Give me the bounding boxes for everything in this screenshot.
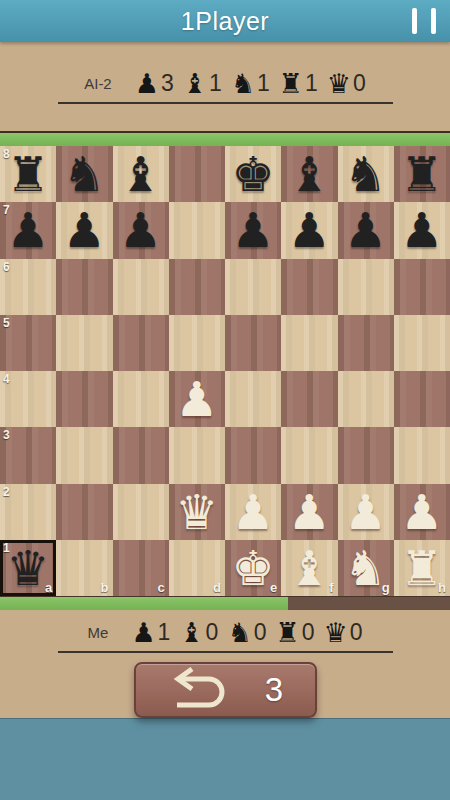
- square-e2[interactable]: ♟: [225, 484, 281, 540]
- square-h4[interactable]: [394, 371, 450, 427]
- opponent-name: AI-2: [84, 75, 112, 92]
- captured-group-pawn: ♟ 1: [131, 619, 170, 646]
- square-e5[interactable]: [225, 315, 281, 371]
- piece-black-knight[interactable]: ♞: [344, 150, 387, 198]
- opponent-turn-fill: [0, 133, 450, 146]
- undo-icon: [167, 667, 229, 713]
- square-f1[interactable]: f♝: [281, 540, 337, 596]
- file-label-f: f: [329, 580, 333, 595]
- square-c4[interactable]: [113, 371, 169, 427]
- rank-label-7: 7: [3, 203, 10, 217]
- square-d5[interactable]: [169, 315, 225, 371]
- square-c8[interactable]: ♝: [113, 146, 169, 202]
- square-g5[interactable]: [338, 315, 394, 371]
- square-d1[interactable]: d: [169, 540, 225, 596]
- captured-bishop-count: 0: [206, 621, 219, 644]
- square-g6[interactable]: [338, 259, 394, 315]
- chess-board: 8♜♞♝♚♝♞♜7♟♟♟♟♟♟♟654♟32♛♟♟♟♟1a♛bcde♚f♝g♞h…: [0, 146, 450, 596]
- player-turn-bar: [0, 596, 450, 610]
- square-e8[interactable]: ♚: [225, 146, 281, 202]
- rank-label-6: 6: [3, 260, 10, 274]
- piece-black-pawn[interactable]: ♟: [63, 206, 106, 254]
- undo-count: 3: [265, 671, 283, 709]
- square-h1[interactable]: h♜: [394, 540, 450, 596]
- file-label-d: d: [213, 580, 221, 595]
- piece-white-pawn[interactable]: ♟: [175, 375, 218, 423]
- captured-group-queen: ♛ 0: [327, 70, 366, 97]
- rank-label-2: 2: [3, 485, 10, 499]
- pause-button[interactable]: [412, 8, 436, 34]
- square-b6[interactable]: [56, 259, 112, 315]
- piece-black-bishop[interactable]: ♝: [288, 150, 331, 198]
- square-g3[interactable]: [338, 427, 394, 483]
- bishop-icon: ♝: [183, 70, 207, 97]
- rank-label-8: 8: [3, 147, 10, 161]
- player-name: Me: [88, 624, 109, 641]
- piece-black-bishop[interactable]: ♝: [119, 150, 162, 198]
- square-c5[interactable]: [113, 315, 169, 371]
- piece-black-pawn[interactable]: ♟: [400, 206, 443, 254]
- square-h6[interactable]: [394, 259, 450, 315]
- page-title: 1Player: [181, 7, 269, 36]
- piece-white-rook[interactable]: ♜: [400, 544, 443, 592]
- square-f7[interactable]: ♟: [281, 202, 337, 258]
- knight-icon: ♞: [227, 619, 251, 646]
- square-c2[interactable]: [113, 484, 169, 540]
- square-a2[interactable]: 2: [0, 484, 56, 540]
- square-d2[interactable]: ♛: [169, 484, 225, 540]
- square-f3[interactable]: [281, 427, 337, 483]
- square-g4[interactable]: [338, 371, 394, 427]
- captured-group-rook: ♜ 0: [275, 619, 314, 646]
- square-h8[interactable]: ♜: [394, 146, 450, 202]
- piece-black-rook[interactable]: ♜: [400, 150, 443, 198]
- knight-icon: ♞: [231, 70, 255, 97]
- captured-queen-count: 0: [353, 72, 366, 95]
- square-a8[interactable]: 8♜: [0, 146, 56, 202]
- square-c1[interactable]: c: [113, 540, 169, 596]
- square-e1[interactable]: e♚: [225, 540, 281, 596]
- opponent-turn-bar: [0, 131, 450, 146]
- bishop-icon: ♝: [179, 619, 203, 646]
- undo-button[interactable]: 3: [134, 662, 317, 718]
- square-f5[interactable]: [281, 315, 337, 371]
- square-h7[interactable]: ♟: [394, 202, 450, 258]
- piece-white-pawn[interactable]: ♟: [344, 488, 387, 536]
- square-f6[interactable]: [281, 259, 337, 315]
- square-b3[interactable]: [56, 427, 112, 483]
- captured-rook-count: 0: [302, 621, 315, 644]
- piece-black-pawn[interactable]: ♟: [344, 206, 387, 254]
- square-d4[interactable]: ♟: [169, 371, 225, 427]
- square-h5[interactable]: [394, 315, 450, 371]
- piece-black-queen[interactable]: ♛: [7, 544, 50, 592]
- rank-label-3: 3: [3, 428, 10, 442]
- queen-icon: ♛: [327, 70, 351, 97]
- opponent-panel: AI-2 ♟ 3 ♝ 1 ♞ 1 ♜ 1 ♛ 0: [0, 42, 450, 131]
- queen-icon: ♛: [323, 619, 347, 646]
- pause-icon: [412, 8, 417, 34]
- square-d8[interactable]: [169, 146, 225, 202]
- rank-label-5: 5: [3, 316, 10, 330]
- captured-pawn-count: 3: [161, 72, 174, 95]
- square-g2[interactable]: ♟: [338, 484, 394, 540]
- square-b5[interactable]: [56, 315, 112, 371]
- file-label-h: h: [438, 580, 446, 595]
- piece-black-pawn[interactable]: ♟: [288, 206, 331, 254]
- piece-black-pawn[interactable]: ♟: [7, 206, 50, 254]
- piece-white-pawn[interactable]: ♟: [288, 488, 331, 536]
- piece-white-pawn[interactable]: ♟: [232, 488, 275, 536]
- square-e4[interactable]: [225, 371, 281, 427]
- square-d7[interactable]: [169, 202, 225, 258]
- square-a7[interactable]: 7♟: [0, 202, 56, 258]
- pause-icon: [431, 8, 436, 34]
- captured-queen-count: 0: [350, 621, 363, 644]
- square-c3[interactable]: [113, 427, 169, 483]
- square-a6[interactable]: 6: [0, 259, 56, 315]
- rank-label-4: 4: [3, 372, 10, 386]
- rook-icon: ♜: [279, 70, 303, 97]
- piece-white-bishop[interactable]: ♝: [288, 544, 331, 592]
- square-c6[interactable]: [113, 259, 169, 315]
- square-g7[interactable]: ♟: [338, 202, 394, 258]
- square-b8[interactable]: ♞: [56, 146, 112, 202]
- square-e3[interactable]: [225, 427, 281, 483]
- piece-white-knight[interactable]: ♞: [344, 544, 387, 592]
- pawn-icon: ♟: [135, 70, 159, 97]
- file-label-g: g: [382, 580, 390, 595]
- file-label-c: c: [158, 580, 165, 595]
- captured-group-knight: ♞ 0: [227, 619, 266, 646]
- player-panel: Me ♟ 1 ♝ 0 ♞ 0 ♜ 0 ♛ 0: [0, 610, 450, 718]
- captured-group-bishop: ♝ 0: [179, 619, 218, 646]
- piece-black-pawn[interactable]: ♟: [232, 206, 275, 254]
- piece-white-pawn[interactable]: ♟: [400, 488, 443, 536]
- square-e7[interactable]: ♟: [225, 202, 281, 258]
- square-b1[interactable]: b: [56, 540, 112, 596]
- captured-knight-count: 0: [254, 621, 267, 644]
- square-d6[interactable]: [169, 259, 225, 315]
- captured-group-queen: ♛ 0: [323, 619, 362, 646]
- square-b4[interactable]: [56, 371, 112, 427]
- header-bar: 1Player: [0, 0, 450, 42]
- captured-pawn-count: 1: [158, 621, 171, 644]
- square-d3[interactable]: [169, 427, 225, 483]
- square-b7[interactable]: ♟: [56, 202, 112, 258]
- player-captured-row: Me ♟ 1 ♝ 0 ♞ 0 ♜ 0 ♛ 0: [58, 619, 393, 653]
- square-g1[interactable]: g♞: [338, 540, 394, 596]
- captured-knight-count: 1: [257, 72, 270, 95]
- square-a5[interactable]: 5: [0, 315, 56, 371]
- square-f8[interactable]: ♝: [281, 146, 337, 202]
- square-a3[interactable]: 3: [0, 427, 56, 483]
- file-label-b: b: [101, 580, 109, 595]
- piece-black-rook[interactable]: ♜: [7, 150, 50, 198]
- captured-bishop-count: 1: [209, 72, 222, 95]
- square-e6[interactable]: [225, 259, 281, 315]
- square-f4[interactable]: [281, 371, 337, 427]
- square-h3[interactable]: [394, 427, 450, 483]
- footer-bar: [0, 718, 450, 800]
- piece-black-king[interactable]: ♚: [232, 150, 275, 198]
- captured-rook-count: 1: [305, 72, 318, 95]
- captured-group-pawn: ♟ 3: [135, 70, 174, 97]
- opponent-captured-row: AI-2 ♟ 3 ♝ 1 ♞ 1 ♜ 1 ♛ 0: [58, 70, 393, 104]
- player-progress-fill: [0, 597, 288, 610]
- captured-group-bishop: ♝ 1: [183, 70, 222, 97]
- captured-group-knight: ♞ 1: [231, 70, 270, 97]
- square-b2[interactable]: [56, 484, 112, 540]
- captured-group-rook: ♜ 1: [279, 70, 318, 97]
- square-a4[interactable]: 4: [0, 371, 56, 427]
- file-label-e: e: [270, 580, 277, 595]
- square-g8[interactable]: ♞: [338, 146, 394, 202]
- pawn-icon: ♟: [131, 619, 155, 646]
- square-c7[interactable]: ♟: [113, 202, 169, 258]
- piece-white-queen[interactable]: ♛: [175, 488, 218, 536]
- square-f2[interactable]: ♟: [281, 484, 337, 540]
- rank-label-1: 1: [3, 541, 10, 555]
- rook-icon: ♜: [275, 619, 299, 646]
- square-a1[interactable]: 1a♛: [0, 540, 56, 596]
- square-h2[interactable]: ♟: [394, 484, 450, 540]
- piece-black-knight[interactable]: ♞: [63, 150, 106, 198]
- app-root: 1Player AI-2 ♟ 3 ♝ 1 ♞ 1 ♜ 1: [0, 0, 450, 800]
- piece-black-pawn[interactable]: ♟: [119, 206, 162, 254]
- file-label-a: a: [45, 580, 52, 595]
- piece-white-king[interactable]: ♚: [232, 544, 275, 592]
